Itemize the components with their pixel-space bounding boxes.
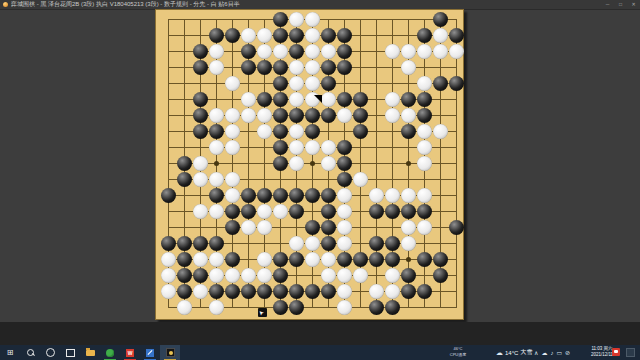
stone-white bbox=[161, 268, 176, 283]
stone-white bbox=[161, 284, 176, 299]
notification-badge-icon[interactable] bbox=[626, 348, 635, 357]
stone-white bbox=[257, 124, 272, 139]
stone-black bbox=[321, 108, 336, 123]
stone-white bbox=[225, 188, 240, 203]
stone-black bbox=[401, 204, 416, 219]
minimize-button[interactable]: ─ bbox=[603, 0, 612, 9]
stone-white bbox=[241, 28, 256, 43]
stone-black bbox=[401, 284, 416, 299]
stone-black bbox=[369, 300, 384, 315]
stone-black bbox=[321, 28, 336, 43]
mute-icon[interactable]: ⊘ bbox=[565, 349, 570, 356]
stone-black bbox=[289, 108, 304, 123]
stone-black bbox=[161, 236, 176, 251]
display-icon[interactable]: ▭ bbox=[556, 349, 562, 356]
stone-white bbox=[257, 268, 272, 283]
stone-white bbox=[417, 44, 432, 59]
stone-black bbox=[193, 92, 208, 107]
stone-black bbox=[321, 284, 336, 299]
stone-black bbox=[193, 108, 208, 123]
stone-black bbox=[449, 28, 464, 43]
stone-white bbox=[449, 44, 464, 59]
stone-white bbox=[305, 12, 320, 27]
stone-black bbox=[401, 124, 416, 139]
stone-black bbox=[273, 108, 288, 123]
stone-white bbox=[273, 204, 288, 219]
stone-black bbox=[161, 188, 176, 203]
stone-white bbox=[209, 108, 224, 123]
stone-black bbox=[257, 284, 272, 299]
stone-black bbox=[321, 236, 336, 251]
taskbar-search-button[interactable] bbox=[20, 345, 40, 360]
stone-white bbox=[289, 92, 304, 107]
stone-black bbox=[241, 284, 256, 299]
stone-black bbox=[337, 252, 352, 267]
stone-black bbox=[385, 236, 400, 251]
mic-icon[interactable]: ♪ bbox=[550, 350, 553, 356]
stone-black bbox=[193, 268, 208, 283]
stone-white bbox=[209, 252, 224, 267]
stone-white bbox=[193, 156, 208, 171]
stone-black bbox=[305, 124, 320, 139]
stone-white bbox=[321, 44, 336, 59]
stone-black bbox=[337, 92, 352, 107]
stone-white bbox=[337, 108, 352, 123]
stone-white bbox=[177, 300, 192, 315]
stone-black bbox=[241, 204, 256, 219]
chevron-up-icon[interactable]: ∧ bbox=[534, 349, 538, 356]
taskbar-start-button[interactable]: ⊞ bbox=[0, 345, 20, 360]
stone-black bbox=[257, 188, 272, 203]
stone-white bbox=[433, 124, 448, 139]
stone-white bbox=[289, 236, 304, 251]
stone-white bbox=[321, 252, 336, 267]
stone-black bbox=[449, 76, 464, 91]
cloud-icon[interactable]: ☁ bbox=[541, 349, 547, 356]
stone-black bbox=[289, 44, 304, 59]
stone-white bbox=[401, 44, 416, 59]
stone-white bbox=[305, 76, 320, 91]
blue-app-icon bbox=[146, 349, 154, 357]
stone-white bbox=[417, 76, 432, 91]
stone-black bbox=[305, 284, 320, 299]
stone-white bbox=[209, 204, 224, 219]
stone-white bbox=[337, 188, 352, 203]
stone-black bbox=[193, 124, 208, 139]
taskbar: ⊞W 46°C CPU温度 ☁ 14°C 大雪 ∧☁♪▭⊘ 11:03 周六 2… bbox=[0, 345, 640, 360]
stone-black bbox=[273, 92, 288, 107]
stone-black bbox=[193, 236, 208, 251]
stone-black bbox=[273, 12, 288, 27]
stone-black bbox=[177, 252, 192, 267]
app-icon bbox=[3, 2, 8, 7]
stone-black bbox=[225, 220, 240, 235]
file-explorer-icon bbox=[86, 350, 95, 356]
desktop: 弈城围棋 - 黑 泽台花间2B (3段) 执白 V180405213 (3段) … bbox=[0, 0, 640, 360]
stone-black bbox=[321, 188, 336, 203]
stone-black bbox=[209, 124, 224, 139]
stone-white bbox=[321, 140, 336, 155]
stone-white bbox=[257, 220, 272, 235]
system-tray: ∧☁♪▭⊘ bbox=[534, 345, 570, 360]
stone-white bbox=[209, 60, 224, 75]
stone-white bbox=[337, 204, 352, 219]
stone-white bbox=[353, 172, 368, 187]
task-view-icon bbox=[66, 349, 75, 357]
hoshi-point bbox=[406, 257, 411, 262]
taskbar-task-view-button[interactable] bbox=[60, 345, 80, 360]
stone-black bbox=[417, 252, 432, 267]
stone-black bbox=[257, 92, 272, 107]
stone-white bbox=[289, 156, 304, 171]
taskbar-apps: ⊞W bbox=[0, 345, 180, 360]
stone-black bbox=[273, 28, 288, 43]
stone-white bbox=[241, 220, 256, 235]
weather-temp: 14°C bbox=[505, 350, 518, 356]
stone-white bbox=[225, 108, 240, 123]
weather-widget[interactable]: ☁ 14°C 大雪 bbox=[496, 345, 532, 360]
stone-black bbox=[417, 92, 432, 107]
stone-black bbox=[417, 28, 432, 43]
stone-white bbox=[305, 28, 320, 43]
stone-black bbox=[241, 188, 256, 203]
stone-black bbox=[337, 44, 352, 59]
stone-white bbox=[321, 92, 336, 107]
stone-black bbox=[369, 236, 384, 251]
stone-black bbox=[177, 236, 192, 251]
close-button[interactable]: ✕ bbox=[629, 0, 638, 9]
stone-white bbox=[401, 236, 416, 251]
stone-black bbox=[321, 204, 336, 219]
stone-black bbox=[225, 252, 240, 267]
stone-black bbox=[433, 76, 448, 91]
stone-black bbox=[433, 12, 448, 27]
hoshi-point bbox=[406, 161, 411, 166]
stone-black bbox=[289, 252, 304, 267]
stone-white bbox=[353, 268, 368, 283]
stone-white bbox=[401, 188, 416, 203]
stone-black bbox=[209, 236, 224, 251]
stone-black bbox=[209, 188, 224, 203]
stone-black bbox=[209, 284, 224, 299]
stone-black bbox=[273, 124, 288, 139]
stone-black bbox=[337, 156, 352, 171]
weather-desc: 大雪 bbox=[520, 348, 532, 357]
cpu-temp-label: CPU温度 bbox=[443, 352, 473, 358]
stone-black bbox=[401, 268, 416, 283]
taskbar-green-app-button[interactable] bbox=[100, 345, 120, 360]
maximize-button[interactable]: □ bbox=[616, 0, 625, 9]
stone-white bbox=[305, 236, 320, 251]
stone-black bbox=[337, 28, 352, 43]
stone-black bbox=[273, 140, 288, 155]
stone-white bbox=[417, 220, 432, 235]
stone-white bbox=[193, 204, 208, 219]
stone-black bbox=[353, 108, 368, 123]
taskbar-go-app-button[interactable] bbox=[160, 345, 180, 360]
stone-black bbox=[273, 300, 288, 315]
stone-black bbox=[177, 172, 192, 187]
stone-black bbox=[225, 204, 240, 219]
stone-black bbox=[433, 252, 448, 267]
start-icon: ⊞ bbox=[7, 345, 14, 360]
stone-black bbox=[305, 188, 320, 203]
stone-white bbox=[209, 140, 224, 155]
stone-white bbox=[257, 204, 272, 219]
stone-white bbox=[337, 284, 352, 299]
stone-white bbox=[385, 108, 400, 123]
stone-black bbox=[385, 300, 400, 315]
stone-white bbox=[289, 76, 304, 91]
stone-white bbox=[417, 140, 432, 155]
stone-white bbox=[305, 44, 320, 59]
taskbar-file-explorer-button[interactable] bbox=[80, 345, 100, 360]
stone-black bbox=[417, 204, 432, 219]
stone-black bbox=[369, 252, 384, 267]
go-board[interactable] bbox=[155, 9, 464, 320]
stone-white bbox=[433, 28, 448, 43]
stone-black bbox=[177, 156, 192, 171]
stone-white bbox=[385, 284, 400, 299]
stone-white bbox=[337, 300, 352, 315]
stone-white bbox=[289, 12, 304, 27]
hoshi-point bbox=[214, 161, 219, 166]
cloud-icon: ☁ bbox=[496, 349, 503, 357]
stone-black bbox=[273, 156, 288, 171]
stone-white bbox=[385, 268, 400, 283]
stone-black bbox=[321, 220, 336, 235]
stone-black bbox=[209, 28, 224, 43]
stone-white bbox=[417, 124, 432, 139]
stone-black bbox=[353, 124, 368, 139]
stone-black bbox=[337, 60, 352, 75]
stone-white bbox=[209, 300, 224, 315]
stone-white bbox=[257, 252, 272, 267]
stone-black bbox=[193, 44, 208, 59]
stone-black bbox=[369, 204, 384, 219]
stone-black bbox=[417, 108, 432, 123]
stone-black bbox=[289, 300, 304, 315]
stone-black bbox=[305, 220, 320, 235]
stone-black bbox=[353, 252, 368, 267]
stone-white bbox=[241, 92, 256, 107]
stone-white bbox=[305, 60, 320, 75]
stone-black bbox=[289, 284, 304, 299]
stone-black bbox=[273, 60, 288, 75]
stone-white bbox=[289, 60, 304, 75]
cortana-icon bbox=[46, 348, 55, 357]
stone-white bbox=[209, 44, 224, 59]
stone-white bbox=[209, 268, 224, 283]
stone-white bbox=[241, 268, 256, 283]
stone-white bbox=[289, 140, 304, 155]
bottom-control-bar: |◀◀◀◀▶▶▶▶|▶ 研究棋谱聊天 申请数子形势判断认输 离开房间 bbox=[0, 322, 640, 345]
stone-black bbox=[177, 268, 192, 283]
stone-black bbox=[225, 284, 240, 299]
stone-white bbox=[337, 220, 352, 235]
wps-writer-icon: W bbox=[126, 349, 134, 357]
mouse-cursor: ➤ bbox=[258, 308, 267, 317]
stone-black bbox=[417, 284, 432, 299]
stone-white bbox=[225, 124, 240, 139]
stone-black bbox=[257, 60, 272, 75]
stone-black bbox=[193, 60, 208, 75]
stone-white bbox=[385, 188, 400, 203]
stone-black bbox=[353, 92, 368, 107]
stone-white bbox=[401, 108, 416, 123]
stone-white bbox=[193, 252, 208, 267]
stone-black bbox=[449, 220, 464, 235]
search-icon bbox=[27, 349, 34, 356]
go-app-icon bbox=[166, 348, 175, 357]
stone-white bbox=[305, 252, 320, 267]
stone-white bbox=[401, 60, 416, 75]
stone-black bbox=[305, 108, 320, 123]
stone-black bbox=[241, 44, 256, 59]
stone-white bbox=[209, 172, 224, 187]
stone-white bbox=[337, 268, 352, 283]
stone-white bbox=[369, 284, 384, 299]
stone-black bbox=[273, 284, 288, 299]
stone-white bbox=[225, 76, 240, 91]
stone-black bbox=[273, 268, 288, 283]
window-controls: ─□✕ bbox=[603, 0, 638, 9]
stone-black bbox=[385, 204, 400, 219]
stone-white bbox=[433, 44, 448, 59]
stone-white bbox=[305, 140, 320, 155]
stone-black bbox=[273, 188, 288, 203]
stone-white bbox=[337, 236, 352, 251]
stone-white bbox=[321, 156, 336, 171]
stone-white bbox=[273, 44, 288, 59]
stone-white bbox=[385, 44, 400, 59]
stone-white bbox=[289, 124, 304, 139]
stone-black bbox=[433, 268, 448, 283]
stone-white bbox=[401, 220, 416, 235]
stone-black bbox=[321, 76, 336, 91]
stone-white bbox=[225, 172, 240, 187]
stone-white bbox=[369, 188, 384, 203]
taskbar-wps-writer-button[interactable]: W bbox=[120, 345, 140, 360]
stone-black bbox=[177, 284, 192, 299]
stone-black bbox=[337, 172, 352, 187]
stone-black bbox=[321, 60, 336, 75]
stone-black bbox=[289, 204, 304, 219]
stone-white bbox=[161, 252, 176, 267]
hoshi-point bbox=[310, 161, 315, 166]
taskbar-cortana-button[interactable] bbox=[40, 345, 60, 360]
taskbar-blue-app-button[interactable] bbox=[140, 345, 160, 360]
stone-black bbox=[273, 252, 288, 267]
stone-black bbox=[225, 28, 240, 43]
stone-white bbox=[257, 44, 272, 59]
last-move-marker bbox=[314, 95, 322, 103]
message-badge-icon[interactable] bbox=[612, 348, 620, 356]
stone-black bbox=[337, 140, 352, 155]
stone-white bbox=[225, 268, 240, 283]
stone-black bbox=[385, 252, 400, 267]
stone-black bbox=[289, 28, 304, 43]
stone-white bbox=[257, 28, 272, 43]
stone-white bbox=[321, 268, 336, 283]
green-app-icon bbox=[106, 349, 114, 357]
stone-white bbox=[257, 108, 272, 123]
stone-white bbox=[417, 188, 432, 203]
cpu-temp-widget[interactable]: 46°C CPU温度 bbox=[443, 346, 473, 358]
stone-white bbox=[241, 108, 256, 123]
stone-black bbox=[401, 92, 416, 107]
stone-white bbox=[385, 92, 400, 107]
stone-white bbox=[417, 156, 432, 171]
stone-black bbox=[289, 188, 304, 203]
stone-black bbox=[241, 60, 256, 75]
window-title: 弈城围棋 - 黑 泽台花间2B (3段) 执白 V180405213 (3段) … bbox=[11, 0, 571, 9]
stone-white bbox=[193, 284, 208, 299]
stone-white bbox=[225, 140, 240, 155]
stone-white bbox=[193, 172, 208, 187]
stone-black bbox=[273, 76, 288, 91]
